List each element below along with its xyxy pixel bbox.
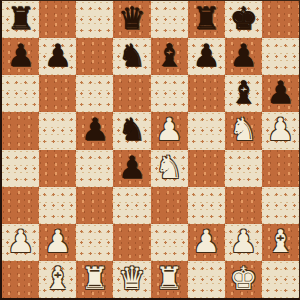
piece-black-rook: ♜ [192, 3, 220, 34]
piece-black-knight: ♞ [118, 40, 146, 71]
piece-black-bishop: ♝ [155, 40, 183, 71]
piece-black-queen: ♛ [118, 3, 146, 34]
square-f4[interactable] [188, 150, 225, 187]
square-c6[interactable] [76, 75, 113, 112]
square-d5[interactable]: ♞ [113, 112, 150, 149]
piece-black-knight: ♞ [118, 114, 146, 145]
square-b2[interactable]: ♟ [39, 224, 76, 261]
square-g3[interactable] [225, 187, 262, 224]
piece-white-pawn: ♟ [155, 114, 183, 145]
square-a6[interactable] [2, 75, 39, 112]
square-c8[interactable] [76, 1, 113, 38]
square-f2[interactable]: ♟ [188, 224, 225, 261]
piece-black-pawn: ♟ [81, 114, 109, 145]
piece-black-pawn: ♟ [192, 40, 220, 71]
square-e4[interactable]: ♞ [151, 150, 188, 187]
square-f3[interactable] [188, 187, 225, 224]
square-b8[interactable] [39, 1, 76, 38]
square-h1[interactable] [262, 261, 299, 298]
piece-black-pawn: ♟ [44, 40, 72, 71]
piece-black-rook: ♜ [7, 3, 35, 34]
square-e8[interactable] [151, 1, 188, 38]
square-a7[interactable]: ♟ [2, 38, 39, 75]
square-h6[interactable]: ♟ [262, 75, 299, 112]
piece-white-knight: ♞ [155, 152, 183, 183]
square-g8[interactable]: ♚ [225, 1, 262, 38]
square-g7[interactable]: ♟ [225, 38, 262, 75]
square-f6[interactable] [188, 75, 225, 112]
piece-black-pawn: ♟ [7, 40, 35, 71]
square-d3[interactable] [113, 187, 150, 224]
square-c5[interactable]: ♟ [76, 112, 113, 149]
square-d7[interactable]: ♞ [113, 38, 150, 75]
square-h7[interactable] [262, 38, 299, 75]
square-h5[interactable]: ♟ [262, 112, 299, 149]
piece-white-pawn: ♟ [7, 226, 35, 257]
piece-white-rook: ♜ [81, 263, 109, 294]
piece-white-rook: ♜ [155, 263, 183, 294]
square-b6[interactable] [39, 75, 76, 112]
square-b4[interactable] [39, 150, 76, 187]
square-g2[interactable]: ♟ [225, 224, 262, 261]
piece-white-king: ♚ [229, 263, 257, 294]
piece-white-knight: ♞ [229, 114, 257, 145]
square-e5[interactable]: ♟ [151, 112, 188, 149]
square-e6[interactable] [151, 75, 188, 112]
square-c1[interactable]: ♜ [76, 261, 113, 298]
square-a4[interactable] [2, 150, 39, 187]
piece-black-bishop: ♝ [229, 77, 257, 108]
square-h8[interactable] [262, 1, 299, 38]
square-c3[interactable] [76, 187, 113, 224]
piece-white-pawn: ♟ [44, 226, 72, 257]
piece-black-pawn: ♟ [118, 152, 146, 183]
square-e2[interactable] [151, 224, 188, 261]
piece-white-pawn: ♟ [267, 114, 295, 145]
square-a3[interactable] [2, 187, 39, 224]
square-a8[interactable]: ♜ [2, 1, 39, 38]
piece-black-pawn: ♟ [267, 77, 295, 108]
chess-app-window: ♜♛♜♚♟♟♞♝♟♟♝♟♟♞♟♞♟♟♞♟♟♟♟♝♝♜♛♜♚ [0, 0, 300, 300]
piece-white-bishop: ♝ [267, 226, 295, 257]
square-f1[interactable] [188, 261, 225, 298]
square-e7[interactable]: ♝ [151, 38, 188, 75]
square-g1[interactable]: ♚ [225, 261, 262, 298]
square-f5[interactable] [188, 112, 225, 149]
piece-black-king: ♚ [229, 3, 257, 34]
square-f7[interactable]: ♟ [188, 38, 225, 75]
square-a5[interactable] [2, 112, 39, 149]
square-d4[interactable]: ♟ [113, 150, 150, 187]
piece-white-pawn: ♟ [192, 226, 220, 257]
square-h3[interactable] [262, 187, 299, 224]
square-a2[interactable]: ♟ [2, 224, 39, 261]
square-d2[interactable] [113, 224, 150, 261]
chess-board: ♜♛♜♚♟♟♞♝♟♟♝♟♟♞♟♞♟♟♞♟♟♟♟♝♝♜♛♜♚ [0, 0, 300, 300]
square-h2[interactable]: ♝ [262, 224, 299, 261]
square-h4[interactable] [262, 150, 299, 187]
square-e3[interactable] [151, 187, 188, 224]
square-b1[interactable]: ♝ [39, 261, 76, 298]
square-g5[interactable]: ♞ [225, 112, 262, 149]
piece-black-pawn: ♟ [229, 40, 257, 71]
piece-white-pawn: ♟ [229, 226, 257, 257]
piece-white-bishop: ♝ [44, 263, 72, 294]
square-b3[interactable] [39, 187, 76, 224]
square-b7[interactable]: ♟ [39, 38, 76, 75]
square-f8[interactable]: ♜ [188, 1, 225, 38]
square-a1[interactable] [2, 261, 39, 298]
square-d1[interactable]: ♛ [113, 261, 150, 298]
square-c7[interactable] [76, 38, 113, 75]
square-g6[interactable]: ♝ [225, 75, 262, 112]
square-d6[interactable] [113, 75, 150, 112]
square-c2[interactable] [76, 224, 113, 261]
piece-white-queen: ♛ [118, 263, 146, 294]
square-c4[interactable] [76, 150, 113, 187]
square-g4[interactable] [225, 150, 262, 187]
square-d8[interactable]: ♛ [113, 1, 150, 38]
square-b5[interactable] [39, 112, 76, 149]
square-e1[interactable]: ♜ [151, 261, 188, 298]
